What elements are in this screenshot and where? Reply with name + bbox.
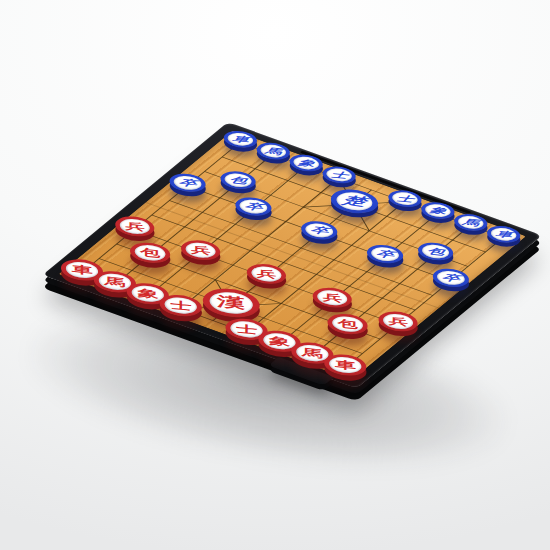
piece-glyph: 包: [426, 247, 446, 257]
piece-glyph: 卒: [441, 273, 461, 283]
piece-glyph: 卒: [375, 249, 395, 259]
product-photo-scene: 車馬象士士象馬車楚包包卒卒卒卒卒兵兵兵兵兵包包漢車馬象士士象馬車: [0, 0, 550, 550]
piece-glyph: 士: [170, 300, 191, 312]
piece-glyph: 兵: [388, 316, 408, 327]
piece-glyph: 士: [236, 323, 257, 335]
piece-glyph: 包: [338, 318, 358, 329]
piece-glyph: 士: [396, 194, 415, 203]
piece-glyph: 兵: [322, 292, 342, 303]
piece-face: 馬: [454, 214, 488, 232]
piece-face: 車: [487, 225, 521, 243]
piece-glyph: 兵: [125, 221, 145, 232]
piece-glyph: 象: [137, 288, 158, 300]
piece-glyph: 卒: [177, 178, 197, 188]
piece-glyph: 楚: [341, 195, 367, 208]
piece-glyph: 車: [494, 230, 513, 239]
piece-glyph: 馬: [104, 276, 125, 288]
piece-face: 車: [223, 130, 257, 148]
piece-glyph: 包: [228, 175, 248, 185]
piece-glyph: 兵: [257, 268, 277, 279]
piece-glyph: 卒: [309, 225, 329, 235]
piece-glyph: 象: [269, 335, 290, 347]
piece-glyph: 車: [231, 135, 250, 144]
piece-glyph: 馬: [264, 147, 283, 156]
piece-glyph: 馬: [462, 218, 481, 227]
piece-glyph: 漢: [217, 295, 245, 311]
piece-glyph: 包: [140, 247, 160, 258]
piece-glyph: 士: [330, 170, 349, 179]
piece-glyph: 車: [335, 359, 356, 371]
piece-glyph: 兵: [191, 245, 211, 256]
piece-glyph: 卒: [243, 202, 263, 212]
piece-glyph: 車: [71, 264, 92, 276]
piece-glyph: 象: [429, 206, 448, 215]
piece-face: 馬: [256, 142, 290, 160]
piece-glyph: 象: [297, 158, 316, 167]
piece-glyph: 馬: [302, 347, 323, 359]
